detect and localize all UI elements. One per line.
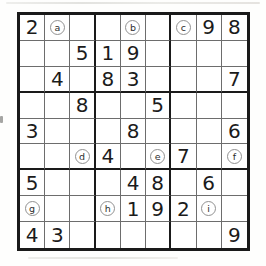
cell-r8c6: 9 <box>146 196 171 222</box>
cell-r6c6: e <box>146 144 171 170</box>
circled-letter-h: h <box>100 201 115 216</box>
cell-r7c3 <box>70 170 95 196</box>
cell-r8c8: i <box>197 196 222 222</box>
cell-r1c8: 9 <box>197 15 222 41</box>
cell-r5c6 <box>146 119 171 145</box>
cell-r5c5: 8 <box>121 119 146 145</box>
cell-r4c3: 8 <box>70 93 95 119</box>
cell-r7c4 <box>96 170 121 196</box>
cell-r2c9 <box>222 41 247 67</box>
cell-r7c8: 6 <box>197 170 222 196</box>
cell-r5c8 <box>197 119 222 145</box>
cell-r4c9 <box>222 93 247 119</box>
cell-r6c9: f <box>222 144 247 170</box>
cell-r6c8 <box>197 144 222 170</box>
cell-r6c2 <box>45 144 70 170</box>
cell-r5c4 <box>96 119 121 145</box>
circled-letter-g: g <box>25 201 40 216</box>
cell-r6c4: 4 <box>96 144 121 170</box>
scan-artifact-bottom <box>28 257 178 259</box>
scan-artifact-left <box>0 116 3 123</box>
cell-r9c4 <box>96 222 121 248</box>
cell-r2c8 <box>197 41 222 67</box>
cell-r4c5 <box>121 93 146 119</box>
cell-r4c7 <box>171 93 196 119</box>
cell-r6c1 <box>20 144 45 170</box>
cell-r2c6 <box>146 41 171 67</box>
circled-letter-e: e <box>150 149 165 164</box>
cell-r9c6 <box>146 222 171 248</box>
cell-r4c4 <box>96 93 121 119</box>
cell-r6c3: d <box>70 144 95 170</box>
circled-letter-f: f <box>227 149 242 164</box>
cell-r1c2: a <box>45 15 70 41</box>
cell-r9c5 <box>121 222 146 248</box>
scanned-sudoku-page: 2abc98519483785386d4e7f5486gh192i439 <box>0 0 266 266</box>
cell-r3c6 <box>146 67 171 93</box>
cell-r2c5: 9 <box>121 41 146 67</box>
cell-r2c7 <box>171 41 196 67</box>
cell-r7c6: 8 <box>146 170 171 196</box>
cell-r7c1: 5 <box>20 170 45 196</box>
sudoku-board: 2abc98519483785386d4e7f5486gh192i439 <box>17 12 250 251</box>
cell-r2c4: 1 <box>96 41 121 67</box>
cell-r1c6 <box>146 15 171 41</box>
cell-r7c9 <box>222 170 247 196</box>
cell-r4c6: 5 <box>146 93 171 119</box>
cell-r3c8 <box>197 67 222 93</box>
cell-r3c4: 8 <box>96 67 121 93</box>
cell-r8c1: g <box>20 196 45 222</box>
cell-r2c2 <box>45 41 70 67</box>
cell-r9c7 <box>171 222 196 248</box>
circled-letter-i: i <box>201 201 216 216</box>
cell-r2c3: 5 <box>70 41 95 67</box>
cell-r1c9: 8 <box>222 15 247 41</box>
cell-r4c2 <box>45 93 70 119</box>
cell-r8c9 <box>222 196 247 222</box>
cell-r3c2: 4 <box>45 67 70 93</box>
circled-letter-b: b <box>125 20 140 35</box>
cell-r1c3 <box>70 15 95 41</box>
scan-artifact-top <box>6 2 260 4</box>
circled-letter-c: c <box>176 20 191 35</box>
cell-r8c2 <box>45 196 70 222</box>
cell-r8c3 <box>70 196 95 222</box>
cell-r5c7 <box>171 119 196 145</box>
cell-r7c5: 4 <box>121 170 146 196</box>
cell-r3c3 <box>70 67 95 93</box>
cell-r2c1 <box>20 41 45 67</box>
cell-r9c2: 3 <box>45 222 70 248</box>
cell-r6c7: 7 <box>171 144 196 170</box>
cell-r3c5: 3 <box>121 67 146 93</box>
cell-r5c9: 6 <box>222 119 247 145</box>
cell-r9c9: 9 <box>222 222 247 248</box>
cell-r3c9: 7 <box>222 67 247 93</box>
cell-r6c5 <box>121 144 146 170</box>
circled-letter-d: d <box>75 149 90 164</box>
cell-r5c3 <box>70 119 95 145</box>
cell-r9c8 <box>197 222 222 248</box>
cell-r5c2 <box>45 119 70 145</box>
cell-r8c4: h <box>96 196 121 222</box>
cell-r9c1: 4 <box>20 222 45 248</box>
cell-r4c1 <box>20 93 45 119</box>
cell-r3c1 <box>20 67 45 93</box>
cell-r3c7 <box>171 67 196 93</box>
cell-r8c5: 1 <box>121 196 146 222</box>
cell-r7c2 <box>45 170 70 196</box>
cell-r9c3 <box>70 222 95 248</box>
cell-r1c7: c <box>171 15 196 41</box>
circled-letter-a: a <box>50 20 65 35</box>
cell-r8c7: 2 <box>171 196 196 222</box>
cell-r1c5: b <box>121 15 146 41</box>
cell-r1c4 <box>96 15 121 41</box>
cell-r1c1: 2 <box>20 15 45 41</box>
cell-r5c1: 3 <box>20 119 45 145</box>
cell-r4c8 <box>197 93 222 119</box>
cell-r7c7 <box>171 170 196 196</box>
